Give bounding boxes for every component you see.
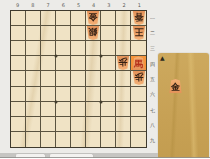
board-square-7-4[interactable] xyxy=(41,56,56,71)
board-square-8-2[interactable] xyxy=(26,26,41,41)
board-square-8-5[interactable] xyxy=(26,71,41,86)
file-label: 5 xyxy=(71,1,86,9)
board-square-5-1[interactable] xyxy=(71,11,86,26)
board-square-2-5[interactable] xyxy=(116,71,131,86)
board-square-9-6[interactable] xyxy=(11,87,26,102)
board-square-9-7[interactable] xyxy=(11,102,26,117)
board-square-9-8[interactable] xyxy=(11,117,26,132)
board-square-1-8[interactable] xyxy=(131,117,146,132)
board-square-2-8[interactable] xyxy=(116,117,131,132)
file-label: 9 xyxy=(10,1,25,9)
rank-label: 五 xyxy=(148,71,157,86)
board-square-6-5[interactable] xyxy=(56,71,71,86)
star-point xyxy=(54,100,57,103)
piece-kanji: 馬 xyxy=(134,57,143,71)
board-square-5-9[interactable] xyxy=(71,132,86,147)
sente-indicator-icon: ▲ xyxy=(160,54,165,61)
board-square-8-3[interactable] xyxy=(26,41,41,56)
piece-kanji: 金 xyxy=(171,80,180,94)
board-square-7-6[interactable] xyxy=(41,87,56,102)
board-square-7-7[interactable] xyxy=(41,102,56,117)
board-square-2-9[interactable] xyxy=(116,132,131,147)
board-square-8-8[interactable] xyxy=(26,117,41,132)
board-square-2-6[interactable] xyxy=(116,87,131,102)
piece-歩-1五[interactable]: 歩 xyxy=(132,71,145,85)
board-square-3-8[interactable] xyxy=(101,117,116,132)
star-point xyxy=(54,55,57,58)
board-square-2-1[interactable] xyxy=(116,11,131,26)
piece-歩-2四[interactable]: 歩 xyxy=(117,56,130,70)
rank-label: 二 xyxy=(148,25,157,40)
file-label: 1 xyxy=(132,1,147,9)
file-coordinates: 987654321 xyxy=(10,1,147,9)
board-square-3-4[interactable] xyxy=(101,56,116,71)
board-square-8-7[interactable] xyxy=(26,102,41,117)
board-square-4-9[interactable] xyxy=(86,132,101,147)
board-square-1-6[interactable] xyxy=(131,87,146,102)
piece-銀-4二[interactable]: 銀 xyxy=(87,26,100,40)
file-label: 4 xyxy=(86,1,101,9)
shogi-board: 金香銀王歩馬歩 xyxy=(10,10,147,148)
board-square-4-6[interactable] xyxy=(86,87,101,102)
board-square-7-9[interactable] xyxy=(41,132,56,147)
star-point xyxy=(99,100,102,103)
board-square-5-3[interactable] xyxy=(71,41,86,56)
board-square-6-6[interactable] xyxy=(56,87,71,102)
board-square-3-6[interactable] xyxy=(101,87,116,102)
board-square-9-9[interactable] xyxy=(11,132,26,147)
board-square-3-2[interactable] xyxy=(101,26,116,41)
file-label: 6 xyxy=(56,1,71,9)
board-square-7-2[interactable] xyxy=(41,26,56,41)
board-square-6-9[interactable] xyxy=(56,132,71,147)
rank-label: 一 xyxy=(148,10,157,25)
shogi-app: 987654321 一二三四五六七八九 金香銀王歩馬歩 ▲ 金 xyxy=(0,0,210,158)
board-square-1-1[interactable]: 香 xyxy=(131,11,146,26)
board-square-2-7[interactable] xyxy=(116,102,131,117)
rank-label: 四 xyxy=(148,56,157,71)
board-square-1-4[interactable]: 馬 xyxy=(131,56,146,71)
piece-kanji: 王 xyxy=(134,25,143,39)
board-square-1-7[interactable] xyxy=(131,102,146,117)
board-square-4-1[interactable]: 金 xyxy=(86,11,101,26)
board-square-2-4[interactable]: 歩 xyxy=(116,56,131,71)
piece-王-1二[interactable]: 王 xyxy=(132,26,145,40)
board-square-6-4[interactable] xyxy=(56,56,71,71)
board-square-7-1[interactable] xyxy=(41,11,56,26)
board-square-5-6[interactable] xyxy=(71,87,86,102)
piece-金-4一[interactable]: 金 xyxy=(87,11,100,25)
board-square-7-5[interactable] xyxy=(41,71,56,86)
board-square-3-7[interactable] xyxy=(101,102,116,117)
board-square-1-2[interactable]: 王 xyxy=(131,26,146,41)
board-square-6-2[interactable] xyxy=(56,26,71,41)
sente-hand-tray: ▲ 金 xyxy=(158,53,209,158)
board-square-5-2[interactable] xyxy=(71,26,86,41)
board-square-6-1[interactable] xyxy=(56,11,71,26)
piece-kanji: 歩 xyxy=(134,70,143,84)
board-square-1-9[interactable] xyxy=(131,132,146,147)
board-square-9-5[interactable] xyxy=(11,71,26,86)
board-square-8-9[interactable] xyxy=(26,132,41,147)
board-square-8-1[interactable] xyxy=(26,11,41,26)
board-square-5-8[interactable] xyxy=(71,117,86,132)
board-square-5-5[interactable] xyxy=(71,71,86,86)
board-square-4-2[interactable]: 銀 xyxy=(86,26,101,41)
board-square-6-3[interactable] xyxy=(56,41,71,56)
board-square-4-5[interactable] xyxy=(86,71,101,86)
board-square-7-3[interactable] xyxy=(41,41,56,56)
board-square-8-6[interactable] xyxy=(26,87,41,102)
rank-label: 六 xyxy=(148,87,157,102)
board-square-9-1[interactable] xyxy=(11,11,26,26)
piece-香-1一[interactable]: 香 xyxy=(132,11,145,25)
board-square-6-7[interactable] xyxy=(56,102,71,117)
board-square-5-7[interactable] xyxy=(71,102,86,117)
piece-kanji: 歩 xyxy=(119,55,128,69)
board-square-4-4[interactable] xyxy=(86,56,101,71)
board-square-3-9[interactable] xyxy=(101,132,116,147)
file-label: 3 xyxy=(101,1,116,9)
piece-kanji: 香 xyxy=(134,10,143,24)
board-square-9-3[interactable] xyxy=(11,41,26,56)
piece-馬-1四[interactable]: 馬 xyxy=(132,56,145,70)
piece-kanji: 金 xyxy=(89,10,98,24)
board-square-9-4[interactable] xyxy=(11,56,26,71)
board-square-3-1[interactable] xyxy=(101,11,116,26)
bottom-divider xyxy=(0,157,210,159)
hand-piece-金[interactable]: 金 xyxy=(169,79,182,93)
board-square-5-4[interactable] xyxy=(71,56,86,71)
file-label: 8 xyxy=(25,1,40,9)
board-square-7-8[interactable] xyxy=(41,117,56,132)
star-point xyxy=(99,55,102,58)
rank-label: 九 xyxy=(148,133,157,148)
board-square-1-3[interactable] xyxy=(131,41,146,56)
rank-coordinates: 一二三四五六七八九 xyxy=(148,10,157,148)
board-square-1-5[interactable]: 歩 xyxy=(131,71,146,86)
board-square-3-3[interactable] xyxy=(101,41,116,56)
board-square-3-5[interactable] xyxy=(101,71,116,86)
board-square-8-4[interactable] xyxy=(26,56,41,71)
piece-kanji: 銀 xyxy=(89,25,98,39)
file-label: 7 xyxy=(40,1,55,9)
board-square-4-3[interactable] xyxy=(86,41,101,56)
board-square-6-8[interactable] xyxy=(56,117,71,132)
rank-label: 八 xyxy=(148,117,157,132)
board-square-4-7[interactable] xyxy=(86,102,101,117)
file-label: 2 xyxy=(117,1,132,9)
board-square-4-8[interactable] xyxy=(86,117,101,132)
board-square-2-3[interactable] xyxy=(116,41,131,56)
board-square-2-2[interactable] xyxy=(116,26,131,41)
board-square-9-2[interactable] xyxy=(11,26,26,41)
rank-label: 三 xyxy=(148,41,157,56)
rank-label: 七 xyxy=(148,102,157,117)
